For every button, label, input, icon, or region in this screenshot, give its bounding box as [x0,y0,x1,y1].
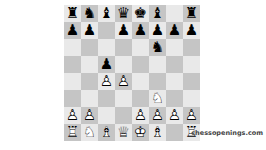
square-c7 [98,22,115,39]
square-d1: ♛♕ [115,124,132,141]
square-e7: ♟ [132,22,149,39]
white-piece-outline: ♘ [149,90,166,107]
square-g5 [166,56,183,73]
square-d2 [115,107,132,124]
piece-black-knight: ♞ [81,5,98,22]
square-e6 [132,39,149,56]
white-piece-outline: ♗ [149,124,166,141]
square-g7: ♟ [166,22,183,39]
square-a2: ♟♙ [64,107,81,124]
square-g1 [166,124,183,141]
square-d5 [115,56,132,73]
piece-white-pawn: ♟♙ [132,107,149,124]
white-piece-outline: ♔ [132,124,149,141]
square-b2: ♟♙ [81,107,98,124]
piece-black-pawn: ♟ [64,22,81,39]
piece-white-pawn: ♟♙ [166,107,183,124]
square-f7: ♟ [149,22,166,39]
white-piece-outline: ♗ [98,124,115,141]
piece-white-king: ♚♔ [132,124,149,141]
square-b7: ♟ [81,22,98,39]
piece-black-queen: ♛ [115,5,132,22]
square-e2: ♟♙ [132,107,149,124]
square-h2: ♟♙ [183,107,200,124]
piece-black-pawn: ♟ [149,22,166,39]
square-h6 [183,39,200,56]
piece-black-pawn: ♟ [183,22,200,39]
square-d7: ♟ [115,22,132,39]
square-c3 [98,90,115,107]
square-f4 [149,73,166,90]
square-f2: ♟♙ [149,107,166,124]
square-c8: ♝ [98,5,115,22]
piece-white-pawn: ♟♙ [81,107,98,124]
chess-board: ♜♞♝♛♚♝♜♟♟♟♟♟♟♟♞♟♟♙♟♙♞♘♟♙♟♙♟♙♟♙♟♙♟♙♜♖♞♘♝♗… [64,5,200,141]
square-g6 [166,39,183,56]
square-h7: ♟ [183,22,200,39]
piece-black-pawn: ♟ [115,22,132,39]
square-d6 [115,39,132,56]
piece-black-bishop: ♝ [149,5,166,22]
square-a3 [64,90,81,107]
piece-white-bishop: ♝♗ [98,124,115,141]
white-piece-outline: ♕ [115,124,132,141]
square-f8: ♝ [149,5,166,22]
white-piece-outline: ♙ [132,107,149,124]
page: ♜♞♝♛♚♝♜♟♟♟♟♟♟♟♞♟♟♙♟♙♞♘♟♙♟♙♟♙♟♙♟♙♟♙♜♖♞♘♝♗… [0,0,266,150]
square-h4 [183,73,200,90]
square-b1: ♞♘ [81,124,98,141]
square-c4: ♟♙ [98,73,115,90]
square-g4 [166,73,183,90]
square-e8: ♚ [132,5,149,22]
square-h8: ♜ [183,5,200,22]
square-g8 [166,5,183,22]
piece-white-pawn: ♟♙ [115,73,132,90]
square-c2 [98,107,115,124]
square-e4 [132,73,149,90]
watermark-text: chessopenings.com [191,129,263,137]
square-a6 [64,39,81,56]
white-piece-outline: ♙ [166,107,183,124]
white-piece-outline: ♘ [81,124,98,141]
piece-white-pawn: ♟♙ [183,107,200,124]
square-a5 [64,56,81,73]
square-c6 [98,39,115,56]
square-c5: ♟ [98,56,115,73]
square-a7: ♟ [64,22,81,39]
square-c1: ♝♗ [98,124,115,141]
piece-white-pawn: ♟♙ [64,107,81,124]
piece-white-pawn: ♟♙ [98,73,115,90]
square-f3: ♞♘ [149,90,166,107]
square-a4 [64,73,81,90]
piece-white-pawn: ♟♙ [149,107,166,124]
square-b5 [81,56,98,73]
white-piece-outline: ♙ [98,73,115,90]
piece-black-king: ♚ [132,5,149,22]
white-piece-outline: ♙ [115,73,132,90]
piece-black-pawn: ♟ [98,56,115,73]
square-a8: ♜ [64,5,81,22]
square-h3 [183,90,200,107]
piece-black-rook: ♜ [183,5,200,22]
piece-white-queen: ♛♕ [115,124,132,141]
square-b3 [81,90,98,107]
piece-white-knight: ♞♘ [81,124,98,141]
piece-black-knight: ♞ [149,39,166,56]
square-g2: ♟♙ [166,107,183,124]
square-f5 [149,56,166,73]
square-f1: ♝♗ [149,124,166,141]
piece-white-rook: ♜♖ [64,124,81,141]
square-a1: ♜♖ [64,124,81,141]
piece-black-pawn: ♟ [132,22,149,39]
square-b8: ♞ [81,5,98,22]
square-b4 [81,73,98,90]
square-d8: ♛ [115,5,132,22]
piece-white-bishop: ♝♗ [149,124,166,141]
piece-black-rook: ♜ [64,5,81,22]
piece-black-pawn: ♟ [81,22,98,39]
square-b6 [81,39,98,56]
square-e1: ♚♔ [132,124,149,141]
square-e3 [132,90,149,107]
white-piece-outline: ♙ [81,107,98,124]
white-piece-outline: ♖ [64,124,81,141]
square-d4: ♟♙ [115,73,132,90]
white-piece-outline: ♙ [64,107,81,124]
square-e5 [132,56,149,73]
square-g3 [166,90,183,107]
white-piece-outline: ♙ [183,107,200,124]
white-piece-outline: ♙ [149,107,166,124]
square-d3 [115,90,132,107]
square-h5 [183,56,200,73]
square-f6: ♞ [149,39,166,56]
piece-black-bishop: ♝ [98,5,115,22]
piece-black-pawn: ♟ [166,22,183,39]
piece-white-knight: ♞♘ [149,90,166,107]
